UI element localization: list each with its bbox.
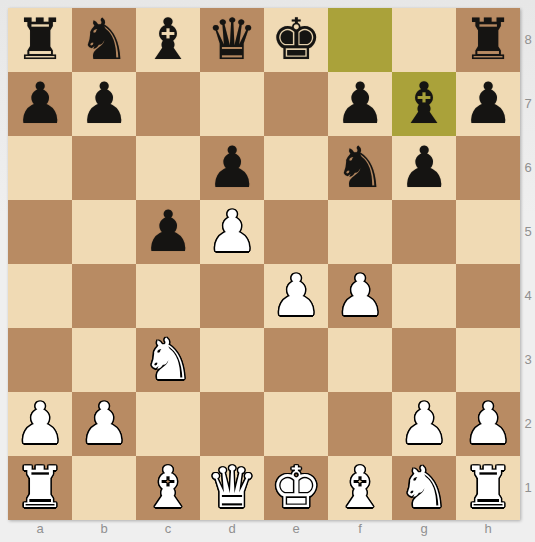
square-h2[interactable]: ♟ — [456, 392, 520, 456]
square-b8[interactable]: ♞ — [72, 8, 136, 72]
square-d3[interactable] — [200, 328, 264, 392]
square-e3[interactable] — [264, 328, 328, 392]
white-pawn[interactable]: ♟ — [456, 392, 520, 456]
file-label-b: b — [72, 519, 136, 541]
square-c6[interactable] — [136, 136, 200, 200]
square-b4[interactable] — [72, 264, 136, 328]
square-d2[interactable] — [200, 392, 264, 456]
square-d6[interactable]: ♟ — [200, 136, 264, 200]
file-label-g: g — [392, 519, 456, 541]
black-pawn[interactable]: ♟ — [136, 200, 200, 264]
square-e5[interactable] — [264, 200, 328, 264]
black-bishop[interactable]: ♝ — [392, 72, 456, 136]
file-coordinates: abcdefgh — [8, 519, 520, 541]
white-pawn[interactable]: ♟ — [392, 392, 456, 456]
square-c2[interactable] — [136, 392, 200, 456]
square-g5[interactable] — [392, 200, 456, 264]
black-king[interactable]: ♚ — [264, 8, 328, 72]
square-b5[interactable] — [72, 200, 136, 264]
rank-label-2: 2 — [521, 392, 535, 456]
black-pawn[interactable]: ♟ — [200, 136, 264, 200]
square-h5[interactable] — [456, 200, 520, 264]
white-bishop[interactable]: ♝ — [328, 456, 392, 520]
black-pawn[interactable]: ♟ — [392, 136, 456, 200]
chess-board[interactable]: ♜♞♝♛♚♜♟♟♟♝♟♟♞♟♟♟♟♟♞♟♟♟♟♜♝♛♚♝♞♜ — [8, 8, 520, 520]
rank-label-1: 1 — [521, 456, 535, 520]
square-g1[interactable]: ♞ — [392, 456, 456, 520]
black-knight[interactable]: ♞ — [72, 8, 136, 72]
white-queen[interactable]: ♛ — [200, 456, 264, 520]
square-h1[interactable]: ♜ — [456, 456, 520, 520]
square-f1[interactable]: ♝ — [328, 456, 392, 520]
square-c1[interactable]: ♝ — [136, 456, 200, 520]
black-pawn[interactable]: ♟ — [328, 72, 392, 136]
white-pawn[interactable]: ♟ — [72, 392, 136, 456]
black-bishop[interactable]: ♝ — [136, 8, 200, 72]
rank-label-4: 4 — [521, 264, 535, 328]
square-d4[interactable] — [200, 264, 264, 328]
square-f2[interactable] — [328, 392, 392, 456]
file-label-e: e — [264, 519, 328, 541]
rank-coordinates: 87654321 — [521, 8, 535, 520]
white-pawn[interactable]: ♟ — [200, 200, 264, 264]
rank-label-3: 3 — [521, 328, 535, 392]
square-f3[interactable] — [328, 328, 392, 392]
white-pawn[interactable]: ♟ — [8, 392, 72, 456]
square-g6[interactable]: ♟ — [392, 136, 456, 200]
white-pawn[interactable]: ♟ — [328, 264, 392, 328]
file-label-f: f — [328, 519, 392, 541]
square-c3[interactable]: ♞ — [136, 328, 200, 392]
square-h3[interactable] — [456, 328, 520, 392]
black-pawn[interactable]: ♟ — [72, 72, 136, 136]
square-f7[interactable]: ♟ — [328, 72, 392, 136]
square-e2[interactable] — [264, 392, 328, 456]
square-d1[interactable]: ♛ — [200, 456, 264, 520]
square-e8[interactable]: ♚ — [264, 8, 328, 72]
square-a2[interactable]: ♟ — [8, 392, 72, 456]
black-rook[interactable]: ♜ — [8, 8, 72, 72]
square-e6[interactable] — [264, 136, 328, 200]
square-h4[interactable] — [456, 264, 520, 328]
square-h8[interactable]: ♜ — [456, 8, 520, 72]
square-b7[interactable]: ♟ — [72, 72, 136, 136]
rank-label-7: 7 — [521, 72, 535, 136]
square-e1[interactable]: ♚ — [264, 456, 328, 520]
square-f6[interactable]: ♞ — [328, 136, 392, 200]
square-b1[interactable] — [72, 456, 136, 520]
square-a3[interactable] — [8, 328, 72, 392]
square-a6[interactable] — [8, 136, 72, 200]
square-g4[interactable] — [392, 264, 456, 328]
file-label-d: d — [200, 519, 264, 541]
square-h7[interactable]: ♟ — [456, 72, 520, 136]
white-knight[interactable]: ♞ — [136, 328, 200, 392]
square-h6[interactable] — [456, 136, 520, 200]
black-rook[interactable]: ♜ — [456, 8, 520, 72]
square-a1[interactable]: ♜ — [8, 456, 72, 520]
square-d5[interactable]: ♟ — [200, 200, 264, 264]
square-b2[interactable]: ♟ — [72, 392, 136, 456]
white-pawn[interactable]: ♟ — [264, 264, 328, 328]
rank-label-6: 6 — [521, 136, 535, 200]
square-c5[interactable]: ♟ — [136, 200, 200, 264]
square-a8[interactable]: ♜ — [8, 8, 72, 72]
white-rook[interactable]: ♜ — [456, 456, 520, 520]
square-a4[interactable] — [8, 264, 72, 328]
square-f4[interactable]: ♟ — [328, 264, 392, 328]
square-e7[interactable] — [264, 72, 328, 136]
file-label-a: a — [8, 519, 72, 541]
white-rook[interactable]: ♜ — [8, 456, 72, 520]
square-c8[interactable]: ♝ — [136, 8, 200, 72]
white-king[interactable]: ♚ — [264, 456, 328, 520]
square-d8[interactable]: ♛ — [200, 8, 264, 72]
white-bishop[interactable]: ♝ — [136, 456, 200, 520]
rank-label-5: 5 — [521, 200, 535, 264]
square-c4[interactable] — [136, 264, 200, 328]
black-knight[interactable]: ♞ — [328, 136, 392, 200]
square-b3[interactable] — [72, 328, 136, 392]
white-knight[interactable]: ♞ — [392, 456, 456, 520]
square-g8[interactable] — [392, 8, 456, 72]
square-d7[interactable] — [200, 72, 264, 136]
black-pawn[interactable]: ♟ — [456, 72, 520, 136]
square-e4[interactable]: ♟ — [264, 264, 328, 328]
file-label-h: h — [456, 519, 520, 541]
square-f8[interactable] — [328, 8, 392, 72]
file-label-c: c — [136, 519, 200, 541]
black-pawn[interactable]: ♟ — [8, 72, 72, 136]
square-g3[interactable] — [392, 328, 456, 392]
square-g2[interactable]: ♟ — [392, 392, 456, 456]
rank-label-8: 8 — [521, 8, 535, 72]
square-f5[interactable] — [328, 200, 392, 264]
square-b6[interactable] — [72, 136, 136, 200]
square-a5[interactable] — [8, 200, 72, 264]
square-c7[interactable] — [136, 72, 200, 136]
square-g7[interactable]: ♝ — [392, 72, 456, 136]
square-a7[interactable]: ♟ — [8, 72, 72, 136]
black-queen[interactable]: ♛ — [200, 8, 264, 72]
